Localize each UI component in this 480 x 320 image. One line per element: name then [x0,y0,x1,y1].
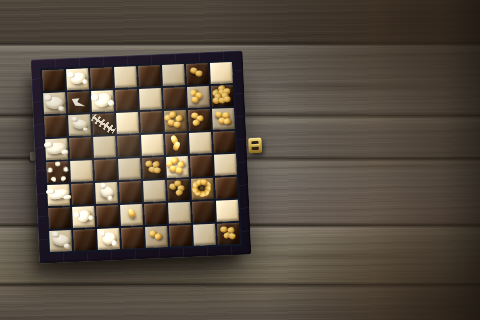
square-r6c0 [48,207,71,229]
square-r5c3 [119,181,142,203]
square-r4c0 [46,161,69,183]
popcorn-piece [99,185,115,200]
corn-kernel [173,121,180,127]
corn-kernel [222,118,230,125]
popcorn-lobe [90,93,100,102]
popcorn-lobe [82,127,88,132]
hinge-nub [30,151,36,160]
corn-kernel [191,97,198,103]
square-r3c2 [93,136,116,158]
square-r1c6 [187,86,210,108]
square-r0c1 [66,68,89,90]
popcorn-lobe [45,188,55,195]
corn-kernel [191,119,199,126]
square-r6c4 [144,203,167,225]
square-r0c2 [90,67,113,89]
square-r3c7 [213,131,236,153]
popcorn-lobe [67,71,75,78]
popcorn-lobe [100,230,106,237]
popcorn-piece [75,208,92,224]
board-frame [31,50,252,263]
popcorn-arrow [71,95,86,110]
popcorn-ring [47,161,69,183]
square-r5c7 [215,177,238,199]
square-r2c4 [140,111,163,133]
popcorn-lobe [70,116,77,122]
square-r2c3 [116,112,139,134]
square-r0c4 [138,65,161,87]
square-r0c5 [162,64,185,86]
square-r2c2 [92,113,115,135]
chess-board [31,50,252,263]
square-r3c0 [45,138,68,160]
square-r2c0 [44,115,67,137]
brass-clasp-icon [248,137,262,153]
photo-scene [0,0,480,320]
popcorn-piece [102,232,116,245]
square-r0c0 [42,69,65,91]
corn-kernel [154,233,162,241]
square-r5c0 [47,184,70,206]
popcorn-lobe [63,195,71,200]
square-r7c6 [193,224,216,246]
square-r0c6 [186,63,209,85]
square-r7c5 [169,225,192,247]
corn-kernel [175,167,183,173]
corn-kernel [153,167,161,173]
square-r2c6 [188,109,211,131]
popcorn-piece [71,119,87,130]
square-r7c4 [145,226,168,248]
popcorn-lobe [99,182,107,190]
square-r5c2 [95,182,118,204]
square-r4c3 [118,158,141,180]
square-r1c4 [139,88,162,110]
square-r3c6 [189,132,212,154]
popcorn-piece [92,91,112,109]
square-r6c1 [72,206,95,228]
square-r4c1 [70,160,93,182]
square-r1c5 [163,87,186,109]
popcorn-piece [51,233,70,247]
popcorn-lobe [61,149,69,155]
corn-kernel [227,232,236,240]
popcorn-lobe [111,240,116,245]
square-r3c4 [141,134,164,156]
square-r1c0 [43,92,66,114]
square-r1c3 [115,89,138,111]
board-grid [40,60,242,254]
popcorn-lobe [58,105,65,111]
popcorn-fishbone [90,113,117,135]
square-r7c0 [49,230,72,252]
square-r1c1 [67,91,90,113]
square-r5c1 [71,183,94,205]
square-r0c7 [210,62,233,84]
square-r6c3 [120,204,143,226]
popcorn-lobe [72,211,80,219]
square-r3c5 [165,133,188,155]
square-r0c3 [114,66,137,88]
square-r4c2 [94,159,117,181]
popcorn-lobe [50,231,59,238]
popcorn-piece [45,96,64,109]
square-r2c5 [164,110,187,132]
popcorn-lobe [87,215,93,222]
square-r1c7 [211,85,234,107]
square-r5c6 [191,178,214,200]
popcorn-piece [46,141,67,155]
corn-kernel [223,96,230,102]
popcorn-lobe [44,94,52,101]
square-r7c1 [73,229,96,251]
square-r4c6 [190,155,213,177]
popcorn-piece [47,188,69,201]
popcorn-lobe [107,196,113,202]
square-r7c3 [121,227,144,249]
square-r4c5 [166,156,189,178]
corn-kernel [127,208,136,219]
square-r3c1 [69,137,92,159]
popcorn-piece [69,71,86,85]
square-r1c2 [91,90,114,112]
square-r4c4 [142,157,165,179]
popcorn-lobe [63,243,70,249]
popcorn-lobe [107,99,115,106]
square-r6c5 [168,202,191,224]
popcorn-lobe [44,141,54,148]
square-r7c2 [97,228,120,250]
square-r7c7 [217,223,240,245]
square-r6c6 [192,201,215,223]
square-r2c1 [68,114,91,136]
square-r2c7 [212,108,235,130]
corn-kernel [174,188,183,196]
square-r6c2 [96,205,119,227]
square-r4c7 [214,154,237,176]
popcorn-lobe [81,79,87,85]
square-r5c4 [143,180,166,202]
corn-kernel [196,71,203,77]
square-r3c3 [117,135,140,157]
square-r6c7 [216,200,239,222]
square-r5c5 [167,179,190,201]
